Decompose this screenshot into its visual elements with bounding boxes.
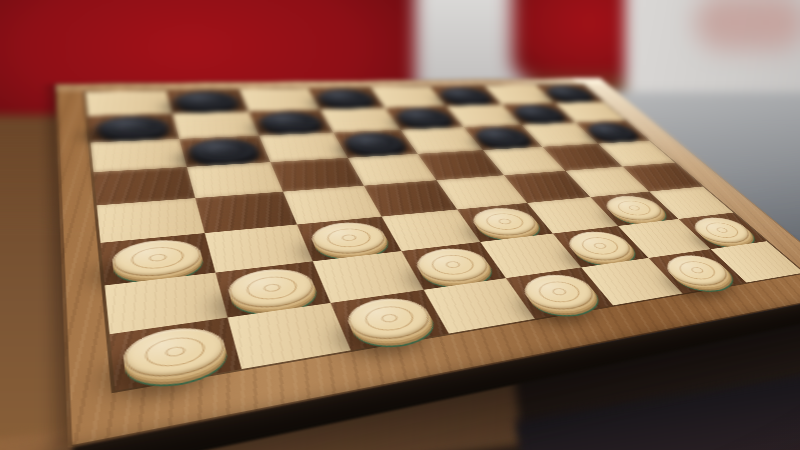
checker-piece-light[interactable]: ⛀ (110, 237, 205, 281)
checker-piece-light[interactable]: ⛀ (340, 294, 438, 345)
checker-piece-dark[interactable]: ⛂ (314, 89, 379, 108)
black-man-glyph: ⛂ (508, 106, 514, 108)
black-man-glyph: ⛂ (340, 134, 347, 136)
scene: ⛂⛂⛂⛂⛂⛂⛂⛂⛂⛂⛂⛂⛀⛀⛀⛀⛀⛀⛀⛀⛀⛀⛀⛀ (0, 0, 800, 450)
white-man-glyph: ⛀ (306, 226, 314, 230)
black-man-glyph: ⛂ (391, 109, 397, 111)
black-man-glyph: ⛂ (581, 124, 587, 126)
checker-piece-dark[interactable]: ⛂ (173, 91, 242, 111)
white-man-glyph: ⛀ (409, 252, 417, 256)
black-man-glyph: ⛂ (256, 113, 262, 115)
black-man-glyph: ⛂ (314, 90, 320, 92)
square-a7[interactable]: ⛂ (88, 114, 179, 143)
black-man-glyph: ⛂ (186, 140, 193, 143)
checker-piece-light[interactable]: ⛀ (409, 245, 497, 285)
white-man-glyph: ⛀ (515, 279, 523, 283)
square-c7[interactable]: ⛂ (249, 110, 333, 136)
white-man-glyph: ⛀ (224, 274, 233, 279)
white-man-glyph: ⛀ (560, 235, 568, 239)
square-b8[interactable]: ⛂ (166, 90, 249, 114)
white-man-glyph: ⛀ (121, 335, 131, 341)
white-man-glyph: ⛀ (340, 304, 349, 309)
pink-reflection (695, 0, 800, 50)
black-man-glyph: ⛂ (470, 128, 476, 130)
checker-piece-dark[interactable]: ⛂ (256, 111, 326, 133)
white-man-glyph: ⛀ (685, 220, 692, 223)
square-c8[interactable] (239, 88, 319, 111)
black-man-glyph: ⛂ (435, 88, 441, 90)
black-man-glyph: ⛂ (96, 117, 103, 120)
checker-piece-light[interactable]: ⛀ (306, 220, 392, 258)
black-man-glyph: ⛂ (541, 86, 546, 88)
checker-piece-dark[interactable]: ⛂ (435, 87, 496, 104)
checker-piece-dark[interactable]: ⛂ (96, 116, 171, 140)
checker-piece-dark[interactable]: ⛂ (340, 132, 411, 156)
black-man-glyph: ⛂ (173, 92, 179, 94)
square-b7[interactable] (172, 111, 259, 138)
checker-piece-light[interactable]: ⛀ (121, 323, 230, 385)
white-man-glyph: ⛀ (656, 259, 664, 263)
white-man-glyph: ⛀ (598, 198, 605, 201)
checker-piece-dark[interactable]: ⛂ (186, 138, 262, 165)
square-a8[interactable] (85, 91, 171, 116)
checker-piece-dark[interactable]: ⛂ (391, 108, 456, 128)
white-man-glyph: ⛀ (465, 211, 472, 214)
white-man-glyph: ⛀ (110, 244, 119, 248)
